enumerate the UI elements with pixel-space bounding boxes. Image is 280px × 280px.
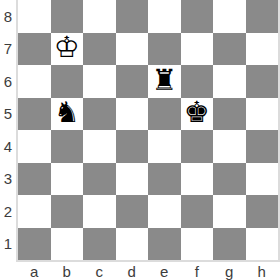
- square-c1[interactable]: [83, 228, 116, 261]
- square-a2[interactable]: [18, 195, 51, 228]
- rank-label-2: 2: [0, 195, 16, 228]
- square-g1[interactable]: [213, 228, 246, 261]
- square-d4[interactable]: [116, 130, 149, 163]
- square-g4[interactable]: [213, 130, 246, 163]
- square-a7[interactable]: [18, 33, 51, 66]
- square-a6[interactable]: [18, 65, 51, 98]
- rank-label-4: 4: [0, 130, 16, 163]
- square-c4[interactable]: [83, 130, 116, 163]
- black-knight[interactable]: ♞: [54, 98, 80, 127]
- square-d8[interactable]: [116, 0, 149, 33]
- rank-label-8: 8: [0, 0, 16, 33]
- file-label-b: b: [51, 262, 84, 280]
- rank-label-1: 1: [0, 228, 16, 261]
- square-c5[interactable]: [83, 98, 116, 131]
- rank-label-5: 5: [0, 98, 16, 131]
- rank-label-6: 6: [0, 65, 16, 98]
- square-d1[interactable]: [116, 228, 149, 261]
- square-e8[interactable]: [148, 0, 181, 33]
- square-h4[interactable]: [246, 130, 279, 163]
- square-e1[interactable]: [148, 228, 181, 261]
- square-b1[interactable]: [51, 228, 84, 261]
- square-g3[interactable]: [213, 163, 246, 196]
- square-b2[interactable]: [51, 195, 84, 228]
- square-g7[interactable]: [213, 33, 246, 66]
- square-f8[interactable]: [181, 0, 214, 33]
- square-h7[interactable]: [246, 33, 279, 66]
- file-label-g: g: [213, 262, 246, 280]
- square-e3[interactable]: [148, 163, 181, 196]
- square-a4[interactable]: [18, 130, 51, 163]
- square-d7[interactable]: [116, 33, 149, 66]
- square-g5[interactable]: [213, 98, 246, 131]
- square-e7[interactable]: [148, 33, 181, 66]
- square-d3[interactable]: [116, 163, 149, 196]
- square-f7[interactable]: [181, 33, 214, 66]
- file-label-d: d: [116, 262, 149, 280]
- square-b6[interactable]: [51, 65, 84, 98]
- black-king[interactable]: ♚: [184, 98, 210, 127]
- square-c8[interactable]: [83, 0, 116, 33]
- chess-board: ♔♜♞♚: [16, 0, 280, 262]
- square-b3[interactable]: [51, 163, 84, 196]
- file-label-f: f: [181, 262, 214, 280]
- black-rook[interactable]: ♜: [151, 66, 177, 95]
- square-b8[interactable]: [51, 0, 84, 33]
- square-g8[interactable]: [213, 0, 246, 33]
- square-f2[interactable]: [181, 195, 214, 228]
- square-b5[interactable]: ♞: [51, 98, 84, 131]
- square-h5[interactable]: [246, 98, 279, 131]
- square-c7[interactable]: [83, 33, 116, 66]
- square-e5[interactable]: [148, 98, 181, 131]
- square-e4[interactable]: [148, 130, 181, 163]
- square-h3[interactable]: [246, 163, 279, 196]
- square-b4[interactable]: [51, 130, 84, 163]
- square-f5[interactable]: ♚: [181, 98, 214, 131]
- square-e6[interactable]: ♜: [148, 65, 181, 98]
- square-h8[interactable]: [246, 0, 279, 33]
- rank-label-3: 3: [0, 163, 16, 196]
- rank-labels: 87654321: [0, 0, 16, 260]
- square-h6[interactable]: [246, 65, 279, 98]
- square-f1[interactable]: [181, 228, 214, 261]
- square-h1[interactable]: [246, 228, 279, 261]
- square-d2[interactable]: [116, 195, 149, 228]
- rank-label-7: 7: [0, 33, 16, 66]
- chess-diagram: 87654321 ♔♜♞♚ abcdefgh: [0, 0, 280, 280]
- square-e2[interactable]: [148, 195, 181, 228]
- square-d5[interactable]: [116, 98, 149, 131]
- square-g6[interactable]: [213, 65, 246, 98]
- file-labels: abcdefgh: [18, 262, 278, 280]
- file-label-e: e: [148, 262, 181, 280]
- square-c6[interactable]: [83, 65, 116, 98]
- square-a1[interactable]: [18, 228, 51, 261]
- square-f6[interactable]: [181, 65, 214, 98]
- square-c2[interactable]: [83, 195, 116, 228]
- square-f4[interactable]: [181, 130, 214, 163]
- square-f3[interactable]: [181, 163, 214, 196]
- file-label-h: h: [246, 262, 279, 280]
- square-b7[interactable]: ♔: [51, 33, 84, 66]
- square-a8[interactable]: [18, 0, 51, 33]
- square-g2[interactable]: [213, 195, 246, 228]
- file-label-a: a: [18, 262, 51, 280]
- square-h2[interactable]: [246, 195, 279, 228]
- square-a5[interactable]: [18, 98, 51, 131]
- file-label-c: c: [83, 262, 116, 280]
- square-a3[interactable]: [18, 163, 51, 196]
- square-d6[interactable]: [116, 65, 149, 98]
- square-c3[interactable]: [83, 163, 116, 196]
- white-king[interactable]: ♔: [54, 33, 80, 62]
